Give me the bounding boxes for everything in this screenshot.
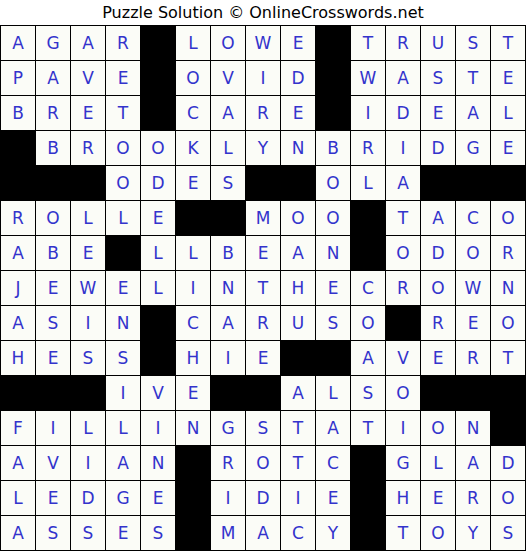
letter-cell: I xyxy=(176,271,210,305)
letter-cell: A xyxy=(71,26,105,60)
crossword-grid: AGARLOWETRUSTPAVEOVIDWASTEBRETCAREIDEALB… xyxy=(0,25,526,551)
letter-cell: R xyxy=(386,271,420,305)
letter-cell: C xyxy=(316,446,350,480)
letter-cell: C xyxy=(176,96,210,130)
letter-cell: P xyxy=(1,61,35,95)
letter-cell: V xyxy=(211,61,245,95)
letter-cell: T xyxy=(491,26,525,60)
letter-cell: L xyxy=(421,446,455,480)
letter-cell: L xyxy=(1,481,35,515)
black-cell xyxy=(211,201,245,235)
letter-cell: T xyxy=(281,411,315,445)
letter-cell: O xyxy=(386,376,420,410)
letter-cell: U xyxy=(281,306,315,340)
letter-cell: O xyxy=(491,201,525,235)
letter-cell: I xyxy=(71,446,105,480)
letter-cell: S xyxy=(491,516,525,550)
letter-cell: E xyxy=(36,341,70,375)
letter-cell: D xyxy=(491,446,525,480)
letter-cell: R xyxy=(106,26,140,60)
letter-cell: E xyxy=(141,201,175,235)
letter-cell: N xyxy=(141,446,175,480)
letter-cell: E xyxy=(421,481,455,515)
black-cell xyxy=(351,201,385,235)
black-cell xyxy=(351,481,385,515)
letter-cell: H xyxy=(1,341,35,375)
letter-cell: I xyxy=(36,411,70,445)
letter-cell: E xyxy=(421,341,455,375)
letter-cell: B xyxy=(1,96,35,130)
letter-cell: A xyxy=(106,446,140,480)
letter-cell: A xyxy=(211,96,245,130)
letter-cell: L xyxy=(106,201,140,235)
letter-cell: B xyxy=(211,236,245,270)
puzzle-title: Puzzle Solution © OnlineCrosswords.net xyxy=(0,0,526,25)
letter-cell: O xyxy=(351,306,385,340)
letter-cell: D xyxy=(71,481,105,515)
letter-cell: E xyxy=(246,341,280,375)
letter-cell: R xyxy=(246,96,280,130)
letter-cell: I xyxy=(386,131,420,165)
letter-cell: N xyxy=(281,131,315,165)
black-cell xyxy=(246,376,280,410)
letter-cell: A xyxy=(36,61,70,95)
black-cell xyxy=(421,376,455,410)
letter-cell: K xyxy=(176,131,210,165)
black-cell xyxy=(106,236,140,270)
black-cell xyxy=(176,516,210,550)
letter-cell: A xyxy=(281,376,315,410)
letter-cell: O xyxy=(421,516,455,550)
letter-cell: E xyxy=(71,236,105,270)
letter-cell: R xyxy=(456,481,490,515)
letter-cell: T xyxy=(351,411,385,445)
black-cell xyxy=(141,96,175,130)
letter-cell: N xyxy=(456,411,490,445)
letter-cell: L xyxy=(351,166,385,200)
letter-cell: E xyxy=(106,271,140,305)
black-cell xyxy=(316,96,350,130)
letter-cell: H xyxy=(386,481,420,515)
letter-cell: A xyxy=(1,306,35,340)
letter-cell: A xyxy=(1,26,35,60)
letter-cell: R xyxy=(421,306,455,340)
puzzle-solution-page: Puzzle Solution © OnlineCrosswords.net A… xyxy=(0,0,526,551)
letter-cell: E xyxy=(456,306,490,340)
black-cell xyxy=(456,376,490,410)
letter-cell: N xyxy=(106,306,140,340)
black-cell xyxy=(141,306,175,340)
letter-cell: B xyxy=(316,131,350,165)
black-cell xyxy=(351,446,385,480)
letter-cell: O xyxy=(456,236,490,270)
letter-cell: A xyxy=(281,236,315,270)
letter-cell: H xyxy=(176,341,210,375)
black-cell xyxy=(71,376,105,410)
letter-cell: A xyxy=(351,341,385,375)
letter-cell: L xyxy=(106,411,140,445)
letter-cell: T xyxy=(491,341,525,375)
letter-cell: A xyxy=(386,61,420,95)
letter-cell: C xyxy=(456,201,490,235)
letter-cell: V xyxy=(386,341,420,375)
black-cell xyxy=(176,201,210,235)
letter-cell: I xyxy=(351,96,385,130)
letter-cell: G xyxy=(211,411,245,445)
letter-cell: E xyxy=(281,96,315,130)
black-cell xyxy=(491,166,525,200)
black-cell xyxy=(1,376,35,410)
letter-cell: E xyxy=(491,131,525,165)
letter-cell: L xyxy=(176,26,210,60)
letter-cell: D xyxy=(386,96,420,130)
letter-cell: W xyxy=(351,61,385,95)
letter-cell: R xyxy=(71,131,105,165)
letter-cell: O xyxy=(106,166,140,200)
letter-cell: I xyxy=(141,411,175,445)
letter-cell: G xyxy=(106,481,140,515)
letter-cell: L xyxy=(141,236,175,270)
letter-cell: S xyxy=(421,61,455,95)
black-cell xyxy=(316,61,350,95)
letter-cell: G xyxy=(386,446,420,480)
letter-cell: W xyxy=(71,271,105,305)
letter-cell: E xyxy=(316,481,350,515)
letter-cell: S xyxy=(351,376,385,410)
letter-cell: R xyxy=(36,96,70,130)
letter-cell: T xyxy=(246,271,280,305)
letter-cell: E xyxy=(106,61,140,95)
letter-cell: G xyxy=(36,26,70,60)
letter-cell: A xyxy=(456,96,490,130)
letter-cell: E xyxy=(421,96,455,130)
letter-cell: R xyxy=(351,131,385,165)
letter-cell: O xyxy=(246,446,280,480)
letter-cell: O xyxy=(281,201,315,235)
black-cell xyxy=(421,166,455,200)
letter-cell: J xyxy=(1,271,35,305)
black-cell xyxy=(1,131,35,165)
letter-cell: O xyxy=(176,61,210,95)
black-cell xyxy=(141,61,175,95)
letter-cell: I xyxy=(106,376,140,410)
letter-cell: V xyxy=(141,376,175,410)
black-cell xyxy=(491,376,525,410)
letter-cell: S xyxy=(36,516,70,550)
letter-cell: I xyxy=(211,341,245,375)
black-cell xyxy=(351,516,385,550)
letter-cell: R xyxy=(211,446,245,480)
letter-cell: Y xyxy=(246,131,280,165)
letter-cell: C xyxy=(176,306,210,340)
letter-cell: L xyxy=(176,236,210,270)
letter-cell: S xyxy=(211,166,245,200)
letter-cell: N xyxy=(211,271,245,305)
letter-cell: E xyxy=(141,481,175,515)
letter-cell: R xyxy=(1,201,35,235)
letter-cell: T xyxy=(281,446,315,480)
letter-cell: A xyxy=(386,166,420,200)
black-cell xyxy=(71,166,105,200)
black-cell xyxy=(36,376,70,410)
letter-cell: R xyxy=(491,236,525,270)
letter-cell: V xyxy=(36,446,70,480)
black-cell xyxy=(211,376,245,410)
letter-cell: O xyxy=(106,131,140,165)
black-cell xyxy=(176,446,210,480)
letter-cell: A xyxy=(316,411,350,445)
letter-cell: D xyxy=(421,131,455,165)
black-cell xyxy=(141,26,175,60)
black-cell xyxy=(281,166,315,200)
letter-cell: C xyxy=(351,271,385,305)
letter-cell: V xyxy=(71,61,105,95)
letter-cell: E xyxy=(316,271,350,305)
letter-cell: S xyxy=(71,341,105,375)
letter-cell: E xyxy=(176,166,210,200)
letter-cell: S xyxy=(106,341,140,375)
black-cell xyxy=(36,166,70,200)
letter-cell: E xyxy=(491,61,525,95)
letter-cell: I xyxy=(211,481,245,515)
letter-cell: T xyxy=(106,96,140,130)
letter-cell: U xyxy=(421,26,455,60)
letter-cell: L xyxy=(491,96,525,130)
letter-cell: I xyxy=(246,61,280,95)
letter-cell: T xyxy=(386,516,420,550)
letter-cell: S xyxy=(316,306,350,340)
letter-cell: S xyxy=(246,411,280,445)
letter-cell: Y xyxy=(316,516,350,550)
letter-cell: E xyxy=(106,516,140,550)
letter-cell: E xyxy=(281,26,315,60)
letter-cell: A xyxy=(246,516,280,550)
letter-cell: Y xyxy=(456,516,490,550)
letter-cell: O xyxy=(316,201,350,235)
letter-cell: O xyxy=(491,306,525,340)
letter-cell: D xyxy=(141,166,175,200)
black-cell xyxy=(491,411,525,445)
letter-cell: M xyxy=(211,516,245,550)
letter-cell: M xyxy=(246,201,280,235)
letter-cell: L xyxy=(316,376,350,410)
letter-cell: E xyxy=(36,271,70,305)
letter-cell: R xyxy=(246,306,280,340)
letter-cell: O xyxy=(141,131,175,165)
letter-cell: L xyxy=(71,411,105,445)
letter-cell: L xyxy=(211,131,245,165)
letter-cell: A xyxy=(1,516,35,550)
letter-cell: A xyxy=(456,446,490,480)
letter-cell: O xyxy=(211,26,245,60)
letter-cell: G xyxy=(456,131,490,165)
letter-cell: S xyxy=(71,516,105,550)
letter-cell: W xyxy=(246,26,280,60)
letter-cell: S xyxy=(141,516,175,550)
letter-cell: E xyxy=(176,376,210,410)
letter-cell: I xyxy=(386,411,420,445)
letter-cell: R xyxy=(386,26,420,60)
letter-cell: O xyxy=(36,201,70,235)
letter-cell: D xyxy=(421,236,455,270)
letter-cell: E xyxy=(246,236,280,270)
letter-cell: F xyxy=(1,411,35,445)
letter-cell: T xyxy=(456,61,490,95)
black-cell xyxy=(176,481,210,515)
black-cell xyxy=(1,166,35,200)
letter-cell: A xyxy=(211,306,245,340)
letter-cell: W xyxy=(456,271,490,305)
black-cell xyxy=(351,236,385,270)
black-cell xyxy=(316,26,350,60)
letter-cell: C xyxy=(281,516,315,550)
letter-cell: B xyxy=(36,236,70,270)
letter-cell: O xyxy=(386,236,420,270)
letter-cell: H xyxy=(281,271,315,305)
black-cell xyxy=(281,341,315,375)
letter-cell: E xyxy=(71,96,105,130)
letter-cell: O xyxy=(421,411,455,445)
letter-cell: S xyxy=(36,306,70,340)
letter-cell: O xyxy=(316,166,350,200)
letter-cell: N xyxy=(491,271,525,305)
letter-cell: O xyxy=(421,271,455,305)
letter-cell: L xyxy=(141,271,175,305)
letter-cell: E xyxy=(36,481,70,515)
letter-cell: T xyxy=(386,201,420,235)
letter-cell: R xyxy=(456,341,490,375)
letter-cell: D xyxy=(246,481,280,515)
letter-cell: A xyxy=(421,201,455,235)
letter-cell: A xyxy=(1,446,35,480)
black-cell xyxy=(141,341,175,375)
letter-cell: N xyxy=(316,236,350,270)
letter-cell: A xyxy=(1,236,35,270)
letter-cell: D xyxy=(281,61,315,95)
letter-cell: N xyxy=(176,411,210,445)
black-cell xyxy=(316,341,350,375)
letter-cell: B xyxy=(36,131,70,165)
black-cell xyxy=(456,166,490,200)
black-cell xyxy=(386,306,420,340)
black-cell xyxy=(246,166,280,200)
letter-cell: L xyxy=(71,201,105,235)
letter-cell: I xyxy=(71,306,105,340)
letter-cell: I xyxy=(281,481,315,515)
letter-cell: T xyxy=(351,26,385,60)
letter-cell: S xyxy=(456,26,490,60)
letter-cell: O xyxy=(491,481,525,515)
